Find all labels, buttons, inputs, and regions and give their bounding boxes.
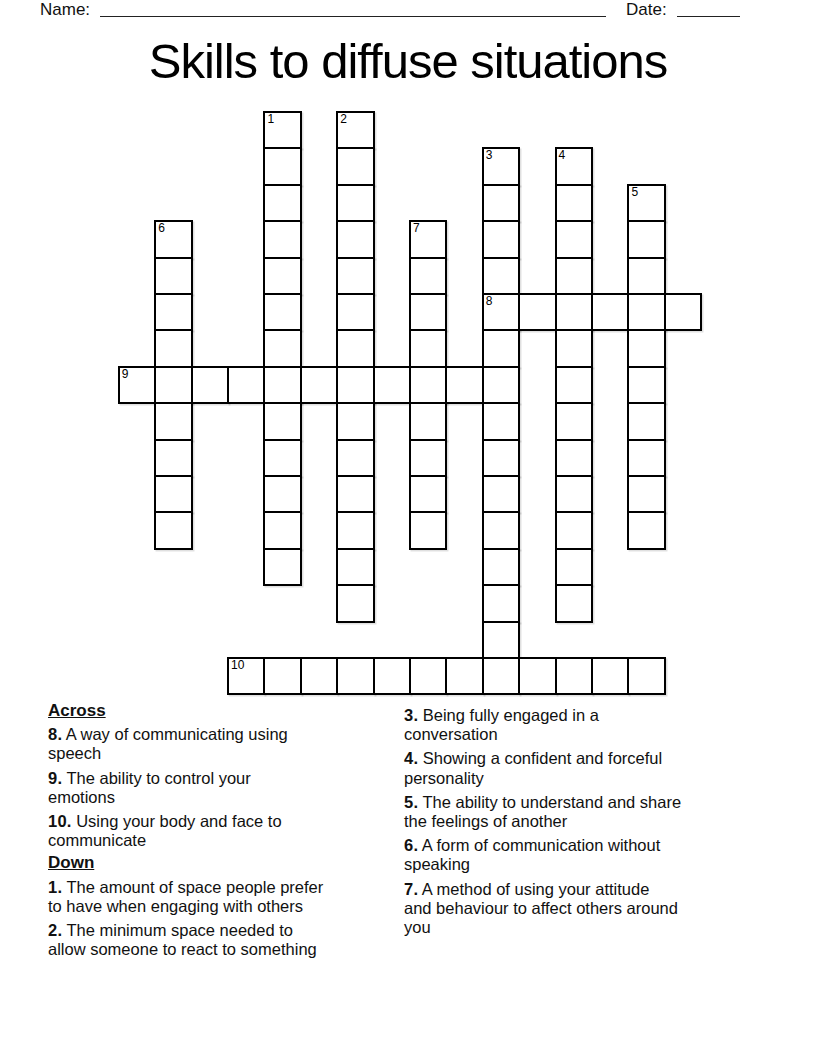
cell-r5c10[interactable]: 8 <box>482 293 520 331</box>
cell-r7c4[interactable] <box>263 366 301 404</box>
cell-r11c4[interactable] <box>263 511 301 549</box>
cell-number-5: 5 <box>631 186 638 199</box>
down-clues-list-right: 3. Being fully engaged in a conversation… <box>404 706 766 937</box>
crossword-worksheet: Name: Date: Skills to diffuse situations… <box>0 0 816 1056</box>
clue-number: 2. <box>48 921 62 939</box>
cell-r11c14[interactable] <box>627 511 665 549</box>
cell-r6c14[interactable] <box>627 329 665 367</box>
cell-r7c0[interactable]: 9 <box>118 366 156 404</box>
cell-r13c12[interactable] <box>555 584 593 622</box>
cell-r15c6[interactable] <box>336 657 374 695</box>
cell-number-1: 1 <box>267 113 274 126</box>
clue-number: 6. <box>404 836 418 854</box>
cell-r7c6[interactable] <box>336 366 374 404</box>
cell-r3c8[interactable]: 7 <box>409 220 447 258</box>
cell-r6c6[interactable] <box>336 329 374 367</box>
cell-r7c12[interactable] <box>555 366 593 404</box>
clue-number: 9. <box>48 769 62 787</box>
cell-r5c12[interactable] <box>555 293 593 331</box>
clue-number: 7. <box>404 880 418 898</box>
cell-r6c8[interactable] <box>409 329 447 367</box>
cell-r10c4[interactable] <box>263 475 301 513</box>
cell-r4c8[interactable] <box>409 257 447 295</box>
clue-text: Using your body and face to communicate <box>48 812 282 849</box>
puzzle-title: Skills to diffuse situations <box>0 33 816 90</box>
name-label: Name: <box>40 1 90 19</box>
cell-r5c15[interactable] <box>664 293 702 331</box>
cell-r4c14[interactable] <box>627 257 665 295</box>
cell-r2c10[interactable] <box>482 184 520 222</box>
cell-r11c8[interactable] <box>409 511 447 549</box>
clue-text: The ability to understand and share the … <box>404 793 681 830</box>
cell-r8c12[interactable] <box>555 402 593 440</box>
cell-r9c12[interactable] <box>555 439 593 477</box>
cell-r12c6[interactable] <box>336 548 374 586</box>
cell-r15c8[interactable] <box>409 657 447 695</box>
cell-r15c7[interactable] <box>373 657 411 695</box>
cell-number-9: 9 <box>122 368 129 381</box>
cell-r10c14[interactable] <box>627 475 665 513</box>
cell-r15c5[interactable] <box>300 657 338 695</box>
cell-r10c8[interactable] <box>409 475 447 513</box>
cell-r3c4[interactable] <box>263 220 301 258</box>
clue-text: A method of using your attitude and beha… <box>404 880 678 936</box>
cell-r12c10[interactable] <box>482 548 520 586</box>
cell-r11c1[interactable] <box>154 511 192 549</box>
cell-r15c13[interactable] <box>591 657 629 695</box>
clues-left-column: Across 8. A way of communicating using s… <box>48 701 400 959</box>
cell-r7c9[interactable] <box>445 366 483 404</box>
clue-number: 10. <box>48 812 72 830</box>
clue-7: 7. A method of using your attitude and b… <box>404 880 766 938</box>
cell-r7c1[interactable] <box>154 366 192 404</box>
cell-number-8: 8 <box>486 295 493 308</box>
cell-r10c6[interactable] <box>336 475 374 513</box>
cell-r5c6[interactable] <box>336 293 374 331</box>
cell-r15c10[interactable] <box>482 657 520 695</box>
cell-number-4: 4 <box>559 149 566 162</box>
cell-r6c4[interactable] <box>263 329 301 367</box>
cell-r5c4[interactable] <box>263 293 301 331</box>
cell-r12c4[interactable] <box>263 548 301 586</box>
cell-r2c4[interactable] <box>263 184 301 222</box>
clue-3: 3. Being fully engaged in a conversation <box>404 706 766 744</box>
cell-r1c6[interactable] <box>336 147 374 185</box>
date-label: Date: <box>626 1 667 19</box>
clue-text: Being fully engaged in a conversation <box>404 706 599 743</box>
clue-4: 4. Showing a confident and forceful pers… <box>404 749 766 787</box>
down-heading: Down <box>48 853 400 872</box>
cell-r13c6[interactable] <box>336 584 374 622</box>
clue-10: 10. Using your body and face to communic… <box>48 812 400 850</box>
cell-r2c12[interactable] <box>555 184 593 222</box>
cell-r9c6[interactable] <box>336 439 374 477</box>
cell-number-6: 6 <box>158 222 165 235</box>
cell-r14c10[interactable] <box>482 621 520 659</box>
cell-r5c14[interactable] <box>627 293 665 331</box>
cell-r0c6[interactable]: 2 <box>336 111 374 149</box>
cell-r5c13[interactable] <box>591 293 629 331</box>
cell-r2c6[interactable] <box>336 184 374 222</box>
cell-r7c3[interactable] <box>227 366 265 404</box>
cell-r11c10[interactable] <box>482 511 520 549</box>
clue-text: The ability to control your emotions <box>48 769 251 806</box>
down-clues-list-left: 1. The amount of space people prefer to … <box>48 878 400 960</box>
cell-r15c12[interactable] <box>555 657 593 695</box>
cell-r12c12[interactable] <box>555 548 593 586</box>
cell-r8c1[interactable] <box>154 402 192 440</box>
cell-r10c12[interactable] <box>555 475 593 513</box>
cell-r9c14[interactable] <box>627 439 665 477</box>
clue-number: 5. <box>404 793 418 811</box>
clue-number: 4. <box>404 749 418 767</box>
cell-r4c6[interactable] <box>336 257 374 295</box>
clue-text: A way of communicating using speech <box>48 725 288 762</box>
cell-r15c4[interactable] <box>263 657 301 695</box>
clue-number: 3. <box>404 706 418 724</box>
cell-r1c4[interactable] <box>263 147 301 185</box>
date-blank-line[interactable] <box>677 0 740 17</box>
cell-r6c10[interactable] <box>482 329 520 367</box>
cell-r7c14[interactable] <box>627 366 665 404</box>
cell-r3c6[interactable] <box>336 220 374 258</box>
cell-r9c4[interactable] <box>263 439 301 477</box>
cell-r15c14[interactable] <box>627 657 665 695</box>
cell-number-3: 3 <box>486 149 493 162</box>
cell-r8c8[interactable] <box>409 402 447 440</box>
name-blank-line[interactable] <box>100 0 606 17</box>
cell-r4c10[interactable] <box>482 257 520 295</box>
cell-r8c10[interactable] <box>482 402 520 440</box>
cell-r5c8[interactable] <box>409 293 447 331</box>
cell-r3c12[interactable] <box>555 220 593 258</box>
cell-r5c1[interactable] <box>154 293 192 331</box>
cell-r6c1[interactable] <box>154 329 192 367</box>
cell-r9c8[interactable] <box>409 439 447 477</box>
clues-right-column: 3. Being fully engaged in a conversation… <box>404 701 766 937</box>
cell-number-7: 7 <box>413 222 420 235</box>
cell-r4c12[interactable] <box>555 257 593 295</box>
clue-2: 2. The minimum space needed to allow som… <box>48 921 400 959</box>
cell-r13c10[interactable] <box>482 584 520 622</box>
cell-r4c4[interactable] <box>263 257 301 295</box>
crossword-grid: 12345678910 <box>118 111 702 695</box>
clue-text: The minimum space needed to allow someon… <box>48 921 317 958</box>
clue-number: 8. <box>48 725 62 743</box>
clue-6: 6. A form of communication without speak… <box>404 836 766 874</box>
clue-text: The amount of space people prefer to hav… <box>48 878 323 915</box>
cell-r10c1[interactable] <box>154 475 192 513</box>
cell-r7c10[interactable] <box>482 366 520 404</box>
cell-r0c4[interactable]: 1 <box>263 111 301 149</box>
cell-r7c8[interactable] <box>409 366 447 404</box>
cell-r15c3[interactable]: 10 <box>227 657 265 695</box>
clue-5: 5. The ability to understand and share t… <box>404 793 766 831</box>
cell-r2c14[interactable]: 5 <box>627 184 665 222</box>
cell-r8c14[interactable] <box>627 402 665 440</box>
clue-number: 1. <box>48 878 62 896</box>
cell-number-10: 10 <box>231 659 244 672</box>
cell-r3c14[interactable] <box>627 220 665 258</box>
clue-1: 1. The amount of space people prefer to … <box>48 878 400 916</box>
clue-text: Showing a confident and forceful persona… <box>404 749 662 786</box>
cell-r15c11[interactable] <box>518 657 556 695</box>
cell-r6c12[interactable] <box>555 329 593 367</box>
cell-r3c1[interactable]: 6 <box>154 220 192 258</box>
cell-r9c10[interactable] <box>482 439 520 477</box>
cell-r4c1[interactable] <box>154 257 192 295</box>
cell-r8c6[interactable] <box>336 402 374 440</box>
cell-r11c12[interactable] <box>555 511 593 549</box>
cell-number-2: 2 <box>340 113 347 126</box>
cell-r7c7[interactable] <box>373 366 411 404</box>
cell-r3c10[interactable] <box>482 220 520 258</box>
cell-r8c4[interactable] <box>263 402 301 440</box>
cell-r9c1[interactable] <box>154 439 192 477</box>
clue-text: A form of communication without speaking <box>404 836 660 873</box>
cell-r7c5[interactable] <box>300 366 338 404</box>
cell-r7c2[interactable] <box>191 366 229 404</box>
cell-r1c10[interactable]: 3 <box>482 147 520 185</box>
across-clues-list: 8. A way of communicating using speech9.… <box>48 725 400 850</box>
cell-r11c6[interactable] <box>336 511 374 549</box>
cell-r5c11[interactable] <box>518 293 556 331</box>
clue-9: 9. The ability to control your emotions <box>48 769 400 807</box>
cell-r15c9[interactable] <box>445 657 483 695</box>
cell-r10c10[interactable] <box>482 475 520 513</box>
cell-r1c12[interactable]: 4 <box>555 147 593 185</box>
clue-8: 8. A way of communicating using speech <box>48 725 400 763</box>
across-heading: Across <box>48 701 400 720</box>
